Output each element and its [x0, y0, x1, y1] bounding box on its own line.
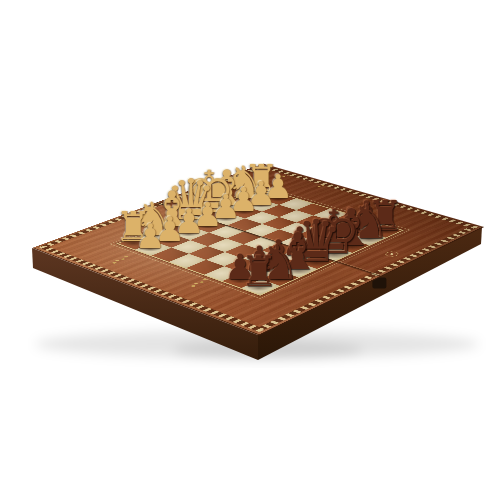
- vine-inlay-icon: [188, 277, 211, 288]
- product-photo: ♜♟♞♟♝♟♚♟♛♟♟♝♜♟♟♞♞♟♟♜♝♟♟♚♟♛♟♝♟♞♟♜: [0, 0, 500, 500]
- vine-inlay-icon: [110, 254, 133, 264]
- star-inlay-icon: [384, 251, 400, 257]
